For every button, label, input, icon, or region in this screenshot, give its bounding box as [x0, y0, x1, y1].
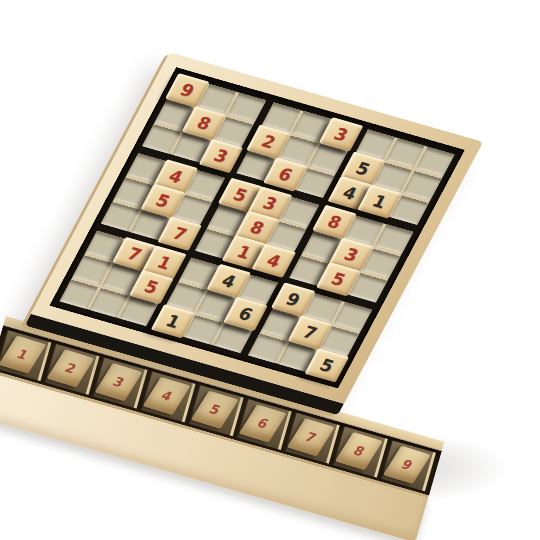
cell-r3c3[interactable]: 3 [202, 141, 240, 170]
drawer-slot-1: 1 [0, 330, 51, 381]
sudoku-grid: 98332654145753814835715461975 [60, 76, 455, 381]
board-panel: 98332654145753814835715461975 [50, 67, 465, 388]
drawer-tile-2[interactable]: 2 [47, 349, 95, 387]
drawer-tile-3[interactable]: 3 [95, 363, 143, 401]
drawer-tile-8[interactable]: 8 [335, 432, 383, 470]
drawer-tile-5[interactable]: 5 [191, 391, 239, 429]
drawer-tile-7[interactable]: 7 [287, 418, 335, 456]
drawer-tile-6[interactable]: 6 [239, 404, 287, 442]
drawer-tile-1[interactable]: 1 [0, 335, 46, 373]
cell-r1c6[interactable]: 3 [322, 120, 360, 149]
cell-r6c3[interactable]: 7 [161, 219, 199, 248]
drawer-tile-9[interactable]: 9 [383, 446, 431, 484]
cell-r8c6[interactable]: 6 [226, 299, 264, 328]
product-photo-scene: 123456789 98332654145753814835715461975 [0, 0, 540, 540]
cell-r9c9[interactable]: 5 [308, 351, 346, 380]
drawer-tile-4[interactable]: 4 [143, 377, 191, 415]
cell-r8c3[interactable]: 5 [132, 272, 170, 301]
cell-r6c6[interactable]: 4 [255, 246, 293, 275]
